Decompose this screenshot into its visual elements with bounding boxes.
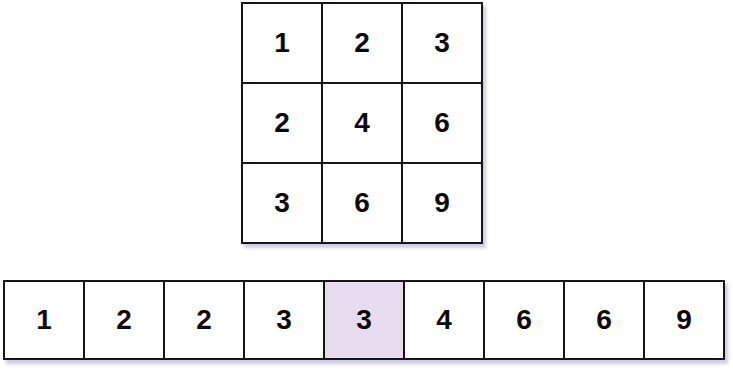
table-cell-r2c2: 9 [403, 164, 481, 242]
table-cell-r2c1: 6 [323, 164, 401, 242]
highlighted-array-cell: 3 [325, 282, 403, 358]
table-cell-r0c0: 1 [243, 4, 321, 82]
array-cell-8: 9 [645, 282, 723, 358]
multiplication-table-grid: 123246369 [241, 2, 483, 244]
sorted-array-row: 122334669 [3, 280, 725, 360]
table-cell-r1c0: 2 [243, 84, 321, 162]
table-cell-r1c1: 4 [323, 84, 401, 162]
table-cell-r0c1: 2 [323, 4, 401, 82]
array-cell-1: 2 [85, 282, 163, 358]
array-cell-7: 6 [565, 282, 643, 358]
array-cell-6: 6 [485, 282, 563, 358]
table-cell-r1c2: 6 [403, 84, 481, 162]
table-cell-r0c2: 3 [403, 4, 481, 82]
table-cell-r2c0: 3 [243, 164, 321, 242]
array-cell-0: 1 [5, 282, 83, 358]
array-cell-5: 4 [405, 282, 483, 358]
array-cell-2: 2 [165, 282, 243, 358]
array-cell-3: 3 [245, 282, 323, 358]
